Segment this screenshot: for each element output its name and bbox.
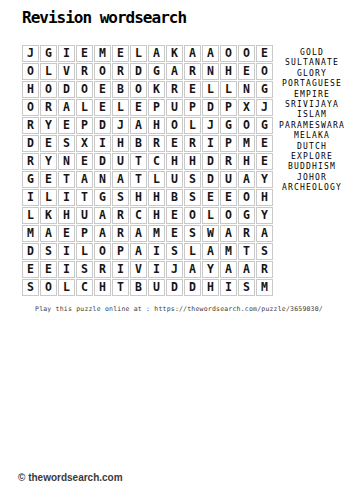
grid-cell-r10c9: E [166,207,183,224]
grid-cell-r11c7: A [130,225,147,242]
word-item: GLORY [272,69,352,79]
grid-cell-r8c2: E [40,171,57,188]
grid-cell-r9c14: H [256,189,273,206]
grid-cell-r3c12: L [220,81,237,98]
copyright: © thewordsearch.com [18,472,123,483]
grid-cell-r1c8: A [148,45,165,62]
grid-cell-r5c7: A [130,117,147,134]
word-item: SRIVIJAYA [272,100,352,110]
grid-cell-r1c3: I [58,45,75,62]
grid-cell-r7c11: D [202,153,219,170]
grid-cell-r9c3: I [58,189,75,206]
grid-cell-r5c1: R [22,117,39,134]
word-item: GOLD [272,48,352,58]
grid-cell-r7c3: N [58,153,75,170]
grid-cell-r14c6: T [112,279,129,296]
grid-cell-r10c12: O [220,207,237,224]
grid-cell-r7c5: D [94,153,111,170]
grid-cell-r14c4: C [76,279,93,296]
grid-cell-r4c12: P [220,99,237,116]
grid-cell-r11c8: M [148,225,165,242]
grid-cell-r13c12: A [220,261,237,278]
grid-cell-r10c11: L [202,207,219,224]
grid-cell-r14c1: S [22,279,39,296]
word-item: EMPIRE [272,90,352,100]
grid-cell-r8c8: L [148,171,165,188]
grid-cell-r11c14: A [256,225,273,242]
grid-cell-r3c1: H [22,81,39,98]
grid-cell-r12c14: S [256,243,273,260]
word-item: BUDDHISM [272,162,352,172]
grid-cell-r4c2: R [40,99,57,116]
grid-cell-r10c3: H [58,207,75,224]
grid-cell-r8c4: A [76,171,93,188]
grid-cell-r2c3: V [58,63,75,80]
grid-cell-r1c2: G [40,45,57,62]
grid-cell-r4c8: P [148,99,165,116]
grid-cell-r8c9: U [166,171,183,188]
grid-cell-r9c12: E [220,189,237,206]
grid-cell-r6c5: I [94,135,111,152]
grid-cell-r12c11: A [202,243,219,260]
grid-cell-r4c4: L [76,99,93,116]
grid-cell-r6c1: D [22,135,39,152]
grid-cell-r3c10: E [184,81,201,98]
grid-cell-r3c2: O [40,81,57,98]
grid-cell-r14c13: S [238,279,255,296]
word-item: JOHOR [272,173,352,183]
grid-cell-r13c9: J [166,261,183,278]
word-item: ISLAM [272,110,352,120]
grid-cell-r12c10: L [184,243,201,260]
grid-cell-r1c1: J [22,45,39,62]
grid-cell-r12c2: S [40,243,57,260]
grid-cell-r14c7: B [130,279,147,296]
grid-cell-r13c5: R [94,261,111,278]
play-online-text: Play this puzzle online at : https://the… [22,305,336,313]
grid-cell-r10c1: L [22,207,39,224]
grid-cell-r6c7: B [130,135,147,152]
grid-cell-r3c6: B [112,81,129,98]
grid-cell-r12c4: L [76,243,93,260]
grid-cell-r5c10: L [184,117,201,134]
grid-cell-r6c13: M [238,135,255,152]
grid-cell-r12c8: I [148,243,165,260]
grid-cell-r7c2: Y [40,153,57,170]
grid-cell-r13c3: I [58,261,75,278]
grid-cell-r14c12: I [220,279,237,296]
grid-cell-r7c1: R [22,153,39,170]
grid-cell-r7c14: E [256,153,273,170]
grid-cell-r10c6: R [112,207,129,224]
grid-cell-r12c13: T [238,243,255,260]
grid-cell-r13c8: I [148,261,165,278]
grid-cell-r1c14: E [256,45,273,62]
grid-cell-r11c6: R [112,225,129,242]
grid-cell-r9c6: S [112,189,129,206]
grid-cell-r4c5: E [94,99,111,116]
grid-cell-r1c9: K [166,45,183,62]
grid-cell-r13c10: A [184,261,201,278]
grid-cell-r2c7: D [130,63,147,80]
grid-cell-r5c4: P [76,117,93,134]
grid-cell-r5c8: H [148,117,165,134]
grid-cell-r11c11: W [202,225,219,242]
grid-cell-r6c2: E [40,135,57,152]
grid-cell-r4c3: A [58,99,75,116]
grid-cell-r14c8: U [148,279,165,296]
grid-cell-r12c5: O [94,243,111,260]
grid-cell-r9c8: H [148,189,165,206]
grid-cell-r8c1: G [22,171,39,188]
grid-cell-r4c6: L [112,99,129,116]
grid-cell-r13c11: Y [202,261,219,278]
grid-cell-r3c11: L [202,81,219,98]
grid-cell-r8c10: S [184,171,201,188]
word-list: GOLDSULTANATEGLORYPORTAGUESEEMPIRESRIVIJ… [272,48,352,194]
grid-cell-r11c1: M [22,225,39,242]
grid-cell-r4c11: D [202,99,219,116]
grid-cell-r3c3: D [58,81,75,98]
grid-cell-r3c5: E [94,81,111,98]
grid-cell-r2c10: R [184,63,201,80]
wordsearch-grid: JGIEMELAKAAOOEOLVRORDGARNHEOHODOEBOKRELL… [22,45,273,296]
grid-cell-r9c9: B [166,189,183,206]
grid-cell-r3c8: K [148,81,165,98]
grid-cell-r2c11: N [202,63,219,80]
grid-cell-r9c2: L [40,189,57,206]
grid-cell-r8c13: A [238,171,255,188]
grid-cell-r10c4: U [76,207,93,224]
grid-cell-r13c14: R [256,261,273,278]
grid-cell-r8c6: A [112,171,129,188]
grid-cell-r9c1: I [22,189,39,206]
grid-cell-r8c3: T [58,171,75,188]
grid-cell-r5c6: J [112,117,129,134]
word-item: PORTAGUESE [272,79,352,89]
grid-cell-r14c5: H [94,279,111,296]
grid-cell-r11c13: R [238,225,255,242]
grid-cell-r6c8: R [148,135,165,152]
grid-cell-r12c9: S [166,243,183,260]
grid-cell-r6c10: R [184,135,201,152]
grid-cell-r2c5: O [94,63,111,80]
grid-cell-r13c13: A [238,261,255,278]
grid-cell-r11c10: S [184,225,201,242]
grid-cell-r5c3: E [58,117,75,134]
grid-cell-r14c10: D [184,279,201,296]
grid-cell-r4c1: O [22,99,39,116]
grid-cell-r9c11: E [202,189,219,206]
grid-cell-r4c14: J [256,99,273,116]
grid-cell-r3c14: G [256,81,273,98]
grid-cell-r2c2: L [40,63,57,80]
grid-cell-r10c14: Y [256,207,273,224]
grid-cell-r5c11: J [202,117,219,134]
grid-cell-r9c10: S [184,189,201,206]
grid-cell-r10c2: K [40,207,57,224]
grid-cell-r13c6: I [112,261,129,278]
grid-cell-r6c9: E [166,135,183,152]
grid-cell-r5c5: D [94,117,111,134]
word-item: EXPLORE [272,152,352,162]
grid-cell-r6c11: I [202,135,219,152]
grid-cell-r10c5: A [94,207,111,224]
grid-cell-r7c4: E [76,153,93,170]
grid-cell-r3c13: N [238,81,255,98]
grid-cell-r10c10: O [184,207,201,224]
grid-cell-r2c9: A [166,63,183,80]
grid-cell-r12c1: D [22,243,39,260]
grid-cell-r5c14: G [256,117,273,134]
grid-cell-r13c1: E [22,261,39,278]
grid-cell-r12c6: P [112,243,129,260]
word-item: SULTANATE [272,58,352,68]
grid-cell-r1c11: A [202,45,219,62]
grid-cell-r11c2: A [40,225,57,242]
word-item: ARCHEOLOGY [272,183,352,193]
grid-cell-r8c7: T [130,171,147,188]
grid-cell-r2c4: R [76,63,93,80]
grid-cell-r1c6: E [112,45,129,62]
grid-cell-r14c11: H [202,279,219,296]
grid-cell-r12c3: I [58,243,75,260]
grid-cell-r1c4: E [76,45,93,62]
grid-cell-r10c13: G [238,207,255,224]
grid-cell-r8c12: U [220,171,237,188]
grid-cell-r2c8: G [148,63,165,80]
grid-cell-r2c14: O [256,63,273,80]
grid-cell-r2c13: E [238,63,255,80]
grid-cell-r4c9: U [166,99,183,116]
grid-cell-r10c7: C [130,207,147,224]
grid-cell-r8c5: N [94,171,111,188]
grid-cell-r6c14: E [256,135,273,152]
grid-cell-r4c13: X [238,99,255,116]
grid-cell-r4c7: E [130,99,147,116]
grid-cell-r3c7: O [130,81,147,98]
grid-cell-r1c13: O [238,45,255,62]
grid-cell-r1c10: A [184,45,201,62]
grid-cell-r5c13: O [238,117,255,134]
grid-cell-r8c14: Y [256,171,273,188]
grid-cell-r14c2: O [40,279,57,296]
grid-cell-r11c4: P [76,225,93,242]
grid-cell-r7c6: U [112,153,129,170]
grid-cell-r14c9: D [166,279,183,296]
grid-cell-r2c6: R [112,63,129,80]
grid-cell-r13c2: E [40,261,57,278]
grid-cell-r6c4: X [76,135,93,152]
grid-cell-r9c4: T [76,189,93,206]
grid-cell-r5c12: G [220,117,237,134]
word-item: DUTCH [272,142,352,152]
grid-cell-r3c9: R [166,81,183,98]
page-title: Revision wordsearch [22,8,186,27]
grid-cell-r8c11: D [202,171,219,188]
grid-cell-r1c5: M [94,45,111,62]
grid-cell-r7c7: T [130,153,147,170]
grid-cell-r7c8: C [148,153,165,170]
grid-cell-r12c7: A [130,243,147,260]
grid-cell-r10c8: H [148,207,165,224]
grid-cell-r11c3: E [58,225,75,242]
grid-cell-r2c1: O [22,63,39,80]
grid-cell-r1c7: L [130,45,147,62]
word-item: MELAKA [272,131,352,141]
grid-cell-r11c5: A [94,225,111,242]
grid-cell-r2c12: H [220,63,237,80]
grid-cell-r7c10: H [184,153,201,170]
grid-cell-r7c9: H [166,153,183,170]
grid-cell-r13c7: V [130,261,147,278]
grid-cell-r9c5: G [94,189,111,206]
grid-cell-r5c9: O [166,117,183,134]
grid-cell-r1c12: O [220,45,237,62]
grid-cell-r11c9: E [166,225,183,242]
grid-cell-r6c6: H [112,135,129,152]
grid-cell-r14c3: L [58,279,75,296]
grid-cell-r12c12: M [220,243,237,260]
grid-cell-r7c13: H [238,153,255,170]
grid-cell-r7c12: R [220,153,237,170]
grid-cell-r5c2: Y [40,117,57,134]
grid-cell-r11c12: A [220,225,237,242]
grid-cell-r14c14: M [256,279,273,296]
word-item: PARAMESWARA [272,121,352,131]
grid-cell-r3c4: O [76,81,93,98]
grid-cell-r9c13: O [238,189,255,206]
grid-cell-r4c10: P [184,99,201,116]
grid-cell-r13c4: S [76,261,93,278]
grid-cell-r9c7: H [130,189,147,206]
grid-cell-r6c12: P [220,135,237,152]
grid-cell-r6c3: S [58,135,75,152]
